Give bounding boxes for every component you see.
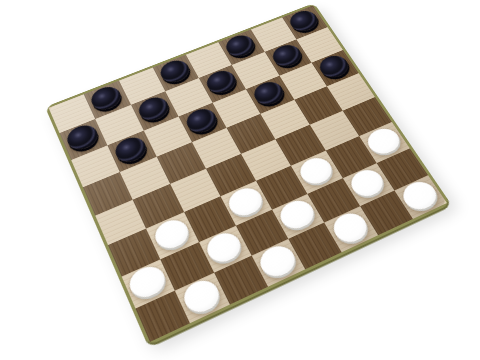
photo-background — [0, 0, 480, 360]
checkers-board — [45, 3, 451, 346]
